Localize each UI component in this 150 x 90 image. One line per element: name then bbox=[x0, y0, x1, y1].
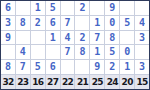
column-sum-c8: 24 bbox=[105, 75, 119, 89]
column-sum-c7: 25 bbox=[90, 75, 104, 89]
digit-cell-r5c9: 1 bbox=[120, 60, 134, 74]
digit-cell-r2c4: 6 bbox=[46, 16, 60, 30]
digit-cell-r1c1: 6 bbox=[1, 1, 15, 15]
digit-cell-r3c1: 9 bbox=[1, 31, 15, 45]
digit-cell-r3c10: 3 bbox=[135, 31, 149, 45]
digit-cell-r5c3: 5 bbox=[31, 60, 45, 74]
empty-cell-r3c3[interactable] bbox=[31, 31, 45, 45]
digit-cell-r2c9: 5 bbox=[120, 16, 134, 30]
digit-cell-r1c3: 1 bbox=[31, 1, 45, 15]
digit-cell-r4c2: 4 bbox=[16, 45, 30, 59]
empty-cell-r1c2[interactable] bbox=[16, 1, 30, 15]
column-sum-c10: 15 bbox=[135, 75, 149, 89]
empty-cell-r5c6[interactable] bbox=[75, 60, 89, 74]
column-sum-c9: 20 bbox=[120, 75, 134, 89]
empty-cell-r3c2[interactable] bbox=[16, 31, 30, 45]
digit-cell-r4c6: 8 bbox=[75, 45, 89, 59]
digit-cell-r5c7: 9 bbox=[90, 60, 104, 74]
empty-cell-r1c5[interactable] bbox=[61, 1, 75, 15]
empty-cell-r2c6[interactable] bbox=[75, 16, 89, 30]
digit-cell-r1c6: 2 bbox=[75, 1, 89, 15]
column-sum-c2: 23 bbox=[16, 75, 30, 89]
digit-cell-r2c1: 3 bbox=[1, 16, 15, 30]
empty-cell-r4c10[interactable] bbox=[135, 45, 149, 59]
digit-cell-r2c5: 7 bbox=[61, 16, 75, 30]
digit-cell-r3c8: 8 bbox=[105, 31, 119, 45]
empty-cell-r4c4[interactable] bbox=[46, 45, 60, 59]
column-sum-c6: 21 bbox=[75, 75, 89, 89]
digit-cell-r3c6: 2 bbox=[75, 31, 89, 45]
empty-cell-r5c5[interactable] bbox=[61, 60, 75, 74]
empty-cell-r3c9[interactable] bbox=[120, 31, 134, 45]
column-sum-c4: 27 bbox=[46, 75, 60, 89]
column-sum-c1: 32 bbox=[1, 75, 15, 89]
digit-cell-r4c8: 5 bbox=[105, 45, 119, 59]
empty-cell-r4c3[interactable] bbox=[31, 45, 45, 59]
digit-cell-r4c5: 7 bbox=[61, 45, 75, 59]
digit-cell-r5c2: 7 bbox=[16, 60, 30, 74]
empty-cell-r1c10[interactable] bbox=[135, 1, 149, 15]
column-sum-c5: 22 bbox=[61, 75, 75, 89]
digit-cell-r2c8: 0 bbox=[105, 16, 119, 30]
digit-cell-r2c2: 8 bbox=[16, 16, 30, 30]
digit-cell-r3c5: 4 bbox=[61, 31, 75, 45]
digit-cell-r5c8: 2 bbox=[105, 60, 119, 74]
digit-cell-r2c7: 1 bbox=[90, 16, 104, 30]
column-sum-c3: 16 bbox=[31, 75, 45, 89]
digit-cell-r2c10: 4 bbox=[135, 16, 149, 30]
digit-cell-r5c1: 8 bbox=[1, 60, 15, 74]
digit-cell-r2c3: 2 bbox=[31, 16, 45, 30]
digit-cell-r1c8: 9 bbox=[105, 1, 119, 15]
digit-cell-r4c9: 0 bbox=[120, 45, 134, 59]
empty-cell-r1c7[interactable] bbox=[90, 1, 104, 15]
empty-cell-r1c9[interactable] bbox=[120, 1, 134, 15]
puzzle-board: 6152938267105491427834781508756921332231… bbox=[0, 0, 150, 90]
digit-cell-r3c4: 1 bbox=[46, 31, 60, 45]
digit-cell-r4c7: 1 bbox=[90, 45, 104, 59]
empty-cell-r4c1[interactable] bbox=[1, 45, 15, 59]
digit-cell-r5c4: 6 bbox=[46, 60, 60, 74]
digit-cell-r5c10: 3 bbox=[135, 60, 149, 74]
digit-cell-r1c4: 5 bbox=[46, 1, 60, 15]
digit-cell-r3c7: 7 bbox=[90, 31, 104, 45]
